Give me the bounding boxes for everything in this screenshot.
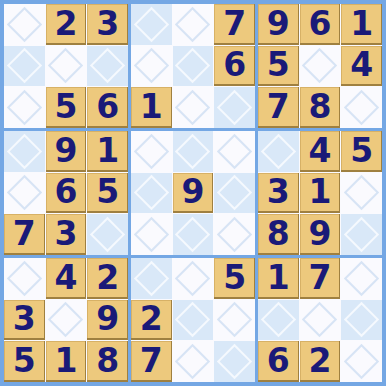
diamond-icon xyxy=(7,90,42,125)
cell-r3c7: 7 xyxy=(258,87,299,128)
cell-r8c7[interactable] xyxy=(258,300,299,341)
diamond-icon xyxy=(175,7,210,42)
cell-r8c9[interactable] xyxy=(341,300,382,341)
cell-r7c7: 1 xyxy=(258,258,299,299)
cell-r6c8: 9 xyxy=(300,214,341,255)
diamond-icon xyxy=(134,7,169,42)
cell-r8c5[interactable] xyxy=(173,300,214,341)
cell-r3c5[interactable] xyxy=(173,87,214,128)
given-digit: 3 xyxy=(55,217,78,250)
cell-r1c2: 2 xyxy=(46,4,87,45)
given-digit: 1 xyxy=(140,90,163,123)
sudoku-box-5: 9 xyxy=(131,131,255,255)
cell-r7c5[interactable] xyxy=(173,258,214,299)
cell-r2c4[interactable] xyxy=(131,46,172,87)
cell-r8c4: 2 xyxy=(131,300,172,341)
cell-r8c6[interactable] xyxy=(214,300,255,341)
cell-r3c6[interactable] xyxy=(214,87,255,128)
diamond-icon xyxy=(175,302,210,337)
diamond-icon xyxy=(90,48,125,83)
cell-r5c7: 3 xyxy=(258,173,299,214)
cell-r7c3: 2 xyxy=(87,258,128,299)
cell-r9c4: 7 xyxy=(131,341,172,382)
given-digit: 5 xyxy=(223,261,246,294)
cell-r7c8: 7 xyxy=(300,258,341,299)
given-digit: 7 xyxy=(13,217,36,250)
cell-r3c1[interactable] xyxy=(4,87,45,128)
cell-r5c3: 5 xyxy=(87,173,128,214)
cell-r8c3: 9 xyxy=(87,300,128,341)
cell-r9c3: 8 xyxy=(87,341,128,382)
given-digit: 5 xyxy=(13,344,36,377)
cell-r1c1[interactable] xyxy=(4,4,45,45)
given-digit: 5 xyxy=(96,175,119,208)
diamond-icon xyxy=(7,48,42,83)
cell-r7c2: 4 xyxy=(46,258,87,299)
diamond-icon xyxy=(175,134,210,169)
diamond-icon xyxy=(344,175,379,210)
given-digit: 6 xyxy=(267,344,290,377)
cell-r1c6: 7 xyxy=(214,4,255,45)
diamond-icon xyxy=(134,134,169,169)
given-digit: 9 xyxy=(96,302,119,335)
given-digit: 7 xyxy=(309,261,332,294)
cell-r8c2[interactable] xyxy=(46,300,87,341)
diamond-icon xyxy=(302,48,337,83)
given-digit: 5 xyxy=(350,134,373,167)
given-digit: 2 xyxy=(140,302,163,335)
given-digit: 7 xyxy=(140,344,163,377)
given-digit: 1 xyxy=(55,344,78,377)
sudoku-box-2: 761 xyxy=(131,4,255,128)
cell-r7c1[interactable] xyxy=(4,258,45,299)
cell-r4c6[interactable] xyxy=(214,131,255,172)
cell-r5c4[interactable] xyxy=(131,173,172,214)
given-digit: 9 xyxy=(55,134,78,167)
cell-r6c9[interactable] xyxy=(341,214,382,255)
diamond-icon xyxy=(175,48,210,83)
diamond-icon xyxy=(7,175,42,210)
cell-r4c4[interactable] xyxy=(131,131,172,172)
cell-r6c6[interactable] xyxy=(214,214,255,255)
cell-r2c1[interactable] xyxy=(4,46,45,87)
given-digit: 4 xyxy=(350,48,373,81)
cell-r5c1[interactable] xyxy=(4,173,45,214)
given-digit: 8 xyxy=(96,344,119,377)
cell-r3c8: 8 xyxy=(300,87,341,128)
sudoku-box-4: 916573 xyxy=(4,131,128,255)
diamond-icon xyxy=(344,344,379,379)
cell-r2c5[interactable] xyxy=(173,46,214,87)
diamond-icon xyxy=(344,302,379,337)
diamond-icon xyxy=(344,217,379,252)
diamond-icon xyxy=(7,134,42,169)
cell-r1c8: 6 xyxy=(300,4,341,45)
given-digit: 9 xyxy=(182,175,205,208)
diamond-icon xyxy=(48,48,83,83)
cell-r6c3[interactable] xyxy=(87,214,128,255)
sudoku-box-3: 9615478 xyxy=(258,4,382,128)
given-digit: 1 xyxy=(309,175,332,208)
cell-r1c3: 3 xyxy=(87,4,128,45)
cell-r9c8: 2 xyxy=(300,341,341,382)
cell-r9c7: 6 xyxy=(258,341,299,382)
given-digit: 4 xyxy=(55,261,78,294)
cell-r9c9[interactable] xyxy=(341,341,382,382)
diamond-icon xyxy=(302,302,337,337)
sudoku-box-7: 4239518 xyxy=(4,258,128,382)
cell-r3c9[interactable] xyxy=(341,87,382,128)
sudoku-box-1: 2356 xyxy=(4,4,128,128)
cell-r4c2: 9 xyxy=(46,131,87,172)
cell-r9c1: 5 xyxy=(4,341,45,382)
diamond-icon xyxy=(90,217,125,252)
cell-r9c5[interactable] xyxy=(173,341,214,382)
cell-r3c2: 5 xyxy=(46,87,87,128)
diamond-icon xyxy=(134,175,169,210)
diamond-icon xyxy=(217,302,252,337)
given-digit: 6 xyxy=(96,90,119,123)
cell-r4c9: 5 xyxy=(341,131,382,172)
cell-r6c1: 7 xyxy=(4,214,45,255)
cell-r3c4: 1 xyxy=(131,87,172,128)
cell-r4c8: 4 xyxy=(300,131,341,172)
cell-r2c7: 5 xyxy=(258,46,299,87)
sudoku-box-6: 453189 xyxy=(258,131,382,255)
given-digit: 6 xyxy=(55,175,78,208)
diamond-icon xyxy=(175,344,210,379)
cell-r4c3: 1 xyxy=(87,131,128,172)
given-digit: 1 xyxy=(96,134,119,167)
diamond-icon xyxy=(344,261,379,296)
diamond-icon xyxy=(217,90,252,125)
given-digit: 3 xyxy=(267,175,290,208)
diamond-icon xyxy=(175,217,210,252)
sudoku-box-8: 527 xyxy=(131,258,255,382)
given-digit: 2 xyxy=(96,261,119,294)
cell-r4c1[interactable] xyxy=(4,131,45,172)
given-digit: 6 xyxy=(223,48,246,81)
cell-r2c3[interactable] xyxy=(87,46,128,87)
given-digit: 6 xyxy=(309,7,332,40)
given-digit: 3 xyxy=(13,302,36,335)
cell-r6c4[interactable] xyxy=(131,214,172,255)
cell-r7c6: 5 xyxy=(214,258,255,299)
diamond-icon xyxy=(217,134,252,169)
given-digit: 9 xyxy=(309,217,332,250)
cell-r2c9: 4 xyxy=(341,46,382,87)
cell-r8c8[interactable] xyxy=(300,300,341,341)
given-digit: 3 xyxy=(96,7,119,40)
given-digit: 7 xyxy=(267,90,290,123)
cell-r9c6[interactable] xyxy=(214,341,255,382)
cell-r5c6[interactable] xyxy=(214,173,255,214)
given-digit: 5 xyxy=(267,48,290,81)
diamond-icon xyxy=(217,344,252,379)
diamond-icon xyxy=(217,175,252,210)
cell-r8c1: 3 xyxy=(4,300,45,341)
cell-r9c2: 1 xyxy=(46,341,87,382)
diamond-icon xyxy=(7,261,42,296)
cell-r1c4[interactable] xyxy=(131,4,172,45)
given-digit: 5 xyxy=(55,90,78,123)
diamond-icon xyxy=(217,217,252,252)
diamond-icon xyxy=(175,261,210,296)
cell-r5c9[interactable] xyxy=(341,173,382,214)
cell-r2c8[interactable] xyxy=(300,46,341,87)
sudoku-box-9: 1762 xyxy=(258,258,382,382)
cell-r1c7: 9 xyxy=(258,4,299,45)
cell-r5c2: 6 xyxy=(46,173,87,214)
cell-r2c6: 6 xyxy=(214,46,255,87)
diamond-icon xyxy=(134,48,169,83)
given-digit: 4 xyxy=(309,134,332,167)
sudoku-board: 2356761961547891657394531894239518527176… xyxy=(0,0,386,386)
cell-r5c5: 9 xyxy=(173,173,214,214)
diamond-icon xyxy=(175,90,210,125)
given-digit: 8 xyxy=(309,90,332,123)
diamond-icon xyxy=(134,261,169,296)
cell-r6c5[interactable] xyxy=(173,214,214,255)
diamond-icon xyxy=(344,90,379,125)
given-digit: 8 xyxy=(267,217,290,250)
cell-r2c2[interactable] xyxy=(46,46,87,87)
given-digit: 2 xyxy=(309,344,332,377)
given-digit: 1 xyxy=(267,261,290,294)
cell-r6c7: 8 xyxy=(258,214,299,255)
diamond-icon xyxy=(48,302,83,337)
diamond-icon xyxy=(7,7,42,42)
cell-r4c7[interactable] xyxy=(258,131,299,172)
given-digit: 9 xyxy=(267,7,290,40)
cell-r7c4[interactable] xyxy=(131,258,172,299)
cell-r7c9[interactable] xyxy=(341,258,382,299)
diamond-icon xyxy=(134,217,169,252)
given-digit: 1 xyxy=(350,7,373,40)
cell-r4c5[interactable] xyxy=(173,131,214,172)
cell-r6c2: 3 xyxy=(46,214,87,255)
given-digit: 7 xyxy=(223,7,246,40)
cell-r5c8: 1 xyxy=(300,173,341,214)
diamond-icon xyxy=(261,134,296,169)
cell-r1c9: 1 xyxy=(341,4,382,45)
diamond-icon xyxy=(261,302,296,337)
given-digit: 2 xyxy=(55,7,78,40)
cell-r3c3: 6 xyxy=(87,87,128,128)
cell-r1c5[interactable] xyxy=(173,4,214,45)
